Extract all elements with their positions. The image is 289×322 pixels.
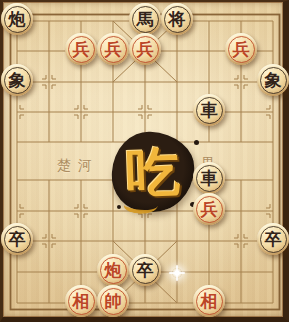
piece-black-elephant[interactable]: 象 bbox=[1, 64, 33, 96]
piece-red-soldier[interactable]: 兵 bbox=[97, 33, 129, 65]
piece-red-soldier[interactable]: 兵 bbox=[225, 33, 257, 65]
piece-red-elephant[interactable]: 相 bbox=[193, 285, 225, 317]
piece-red-cannon[interactable]: 炮 bbox=[97, 254, 129, 286]
piece-red-general[interactable]: 帥 bbox=[97, 285, 129, 317]
xiangqi-board[interactable]: 楚河 漢界 吃 炮馬将兵兵兵兵象象車車兵卒卒炮卒相帥相 bbox=[0, 0, 289, 322]
piece-red-soldier[interactable]: 兵 bbox=[65, 33, 97, 65]
piece-black-horse[interactable]: 馬 bbox=[129, 3, 161, 35]
piece-black-soldier[interactable]: 卒 bbox=[257, 223, 289, 255]
piece-red-elephant[interactable]: 相 bbox=[65, 285, 97, 317]
ink-speck bbox=[194, 140, 199, 145]
ink-speck bbox=[117, 205, 121, 209]
piece-red-soldier[interactable]: 兵 bbox=[193, 193, 225, 225]
piece-black-elephant[interactable]: 象 bbox=[257, 64, 289, 96]
piece-black-chariot[interactable]: 車 bbox=[193, 94, 225, 126]
piece-red-soldier[interactable]: 兵 bbox=[129, 33, 161, 65]
piece-black-soldier[interactable]: 卒 bbox=[129, 254, 161, 286]
piece-black-general[interactable]: 将 bbox=[161, 3, 193, 35]
river-label-left: 楚河 bbox=[57, 157, 99, 175]
piece-black-cannon[interactable]: 炮 bbox=[1, 3, 33, 35]
piece-black-soldier[interactable]: 卒 bbox=[1, 223, 33, 255]
piece-black-chariot[interactable]: 車 bbox=[193, 162, 225, 194]
last-move-sparkle-icon bbox=[172, 268, 182, 278]
capture-banner-text: 吃 bbox=[125, 144, 181, 200]
